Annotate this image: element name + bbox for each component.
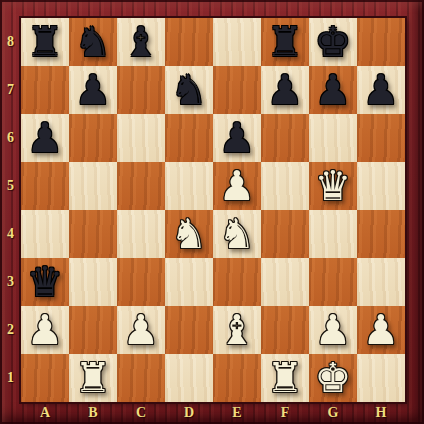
white-pawn-a2[interactable]: ♟ xyxy=(27,306,64,354)
black-rook-f8[interactable]: ♜ xyxy=(267,18,304,66)
white-king-g1[interactable]: ♚ xyxy=(315,354,352,402)
rank-label-7: 7 xyxy=(0,66,21,114)
square-f6[interactable] xyxy=(261,114,309,162)
square-c3[interactable] xyxy=(117,258,165,306)
square-a6[interactable]: ♟ xyxy=(21,114,69,162)
square-e6[interactable]: ♟ xyxy=(213,114,261,162)
square-a2[interactable]: ♟ xyxy=(21,306,69,354)
square-g7[interactable]: ♟ xyxy=(309,66,357,114)
file-label-a: A xyxy=(21,402,69,424)
square-e3[interactable] xyxy=(213,258,261,306)
square-e4[interactable]: ♞ xyxy=(213,210,261,258)
square-e5[interactable]: ♟ xyxy=(213,162,261,210)
black-knight-d7[interactable]: ♞ xyxy=(171,66,208,114)
square-g2[interactable]: ♟ xyxy=(309,306,357,354)
square-d1[interactable] xyxy=(165,354,213,402)
square-h4[interactable] xyxy=(357,210,405,258)
black-pawn-g7[interactable]: ♟ xyxy=(315,66,352,114)
square-b3[interactable] xyxy=(69,258,117,306)
square-h7[interactable]: ♟ xyxy=(357,66,405,114)
square-d2[interactable] xyxy=(165,306,213,354)
black-pawn-f7[interactable]: ♟ xyxy=(267,66,304,114)
square-e1[interactable] xyxy=(213,354,261,402)
white-knight-d4[interactable]: ♞ xyxy=(171,210,208,258)
square-b1[interactable]: ♜ xyxy=(69,354,117,402)
rank-label-8: 8 xyxy=(0,18,21,66)
square-d8[interactable] xyxy=(165,18,213,66)
square-h3[interactable] xyxy=(357,258,405,306)
square-b8[interactable]: ♞ xyxy=(69,18,117,66)
white-pawn-e5[interactable]: ♟ xyxy=(219,162,256,210)
white-pawn-h2[interactable]: ♟ xyxy=(363,306,400,354)
square-a5[interactable] xyxy=(21,162,69,210)
square-d3[interactable] xyxy=(165,258,213,306)
square-h6[interactable] xyxy=(357,114,405,162)
square-b6[interactable] xyxy=(69,114,117,162)
square-d7[interactable]: ♞ xyxy=(165,66,213,114)
file-label-c: C xyxy=(117,402,165,424)
square-a4[interactable] xyxy=(21,210,69,258)
square-e7[interactable] xyxy=(213,66,261,114)
square-c8[interactable]: ♝ xyxy=(117,18,165,66)
black-bishop-c8[interactable]: ♝ xyxy=(123,18,160,66)
square-f4[interactable] xyxy=(261,210,309,258)
rank-label-5: 5 xyxy=(0,162,21,210)
file-labels: ABCDEFGH xyxy=(21,402,405,424)
rank-label-6: 6 xyxy=(0,114,21,162)
white-queen-g5[interactable]: ♛ xyxy=(315,162,352,210)
square-h1[interactable] xyxy=(357,354,405,402)
black-pawn-e6[interactable]: ♟ xyxy=(219,114,256,162)
black-rook-a8[interactable]: ♜ xyxy=(27,18,64,66)
white-rook-b1[interactable]: ♜ xyxy=(75,354,112,402)
square-a1[interactable] xyxy=(21,354,69,402)
square-g4[interactable] xyxy=(309,210,357,258)
white-pawn-c2[interactable]: ♟ xyxy=(123,306,160,354)
square-b2[interactable] xyxy=(69,306,117,354)
square-g8[interactable]: ♚ xyxy=(309,18,357,66)
square-b4[interactable] xyxy=(69,210,117,258)
square-h5[interactable] xyxy=(357,162,405,210)
black-pawn-b7[interactable]: ♟ xyxy=(75,66,112,114)
rank-label-3: 3 xyxy=(0,258,21,306)
black-queen-a3[interactable]: ♛ xyxy=(27,258,64,306)
file-label-g: G xyxy=(309,402,357,424)
square-h2[interactable]: ♟ xyxy=(357,306,405,354)
file-label-h: H xyxy=(357,402,405,424)
square-d5[interactable] xyxy=(165,162,213,210)
black-knight-b8[interactable]: ♞ xyxy=(75,18,112,66)
square-a3[interactable]: ♛ xyxy=(21,258,69,306)
square-g3[interactable] xyxy=(309,258,357,306)
black-pawn-h7[interactable]: ♟ xyxy=(363,66,400,114)
square-c6[interactable] xyxy=(117,114,165,162)
square-b5[interactable] xyxy=(69,162,117,210)
square-a7[interactable] xyxy=(21,66,69,114)
file-label-f: F xyxy=(261,402,309,424)
square-d6[interactable] xyxy=(165,114,213,162)
square-c5[interactable] xyxy=(117,162,165,210)
square-c7[interactable] xyxy=(117,66,165,114)
square-f2[interactable] xyxy=(261,306,309,354)
square-f1[interactable]: ♜ xyxy=(261,354,309,402)
square-a8[interactable]: ♜ xyxy=(21,18,69,66)
square-e8[interactable] xyxy=(213,18,261,66)
square-f8[interactable]: ♜ xyxy=(261,18,309,66)
white-knight-e4[interactable]: ♞ xyxy=(219,210,256,258)
square-f7[interactable]: ♟ xyxy=(261,66,309,114)
square-g5[interactable]: ♛ xyxy=(309,162,357,210)
square-c4[interactable] xyxy=(117,210,165,258)
square-c1[interactable] xyxy=(117,354,165,402)
black-king-g8[interactable]: ♚ xyxy=(315,18,352,66)
file-label-e: E xyxy=(213,402,261,424)
file-label-b: B xyxy=(69,402,117,424)
black-pawn-a6[interactable]: ♟ xyxy=(27,114,64,162)
square-b7[interactable]: ♟ xyxy=(69,66,117,114)
white-rook-f1[interactable]: ♜ xyxy=(267,354,304,402)
file-label-d: D xyxy=(165,402,213,424)
rank-label-1: 1 xyxy=(0,354,21,402)
square-g1[interactable]: ♚ xyxy=(309,354,357,402)
square-f3[interactable] xyxy=(261,258,309,306)
white-pawn-g2[interactable]: ♟ xyxy=(315,306,352,354)
square-e2[interactable]: ♝ xyxy=(213,306,261,354)
board-frame: 87654321 ABCDEFGH ♜♞♝♜♚♟♞♟♟♟♟♟♟♛♞♞♛♟♟♝♟♟… xyxy=(0,0,424,424)
rank-label-4: 4 xyxy=(0,210,21,258)
white-bishop-e2[interactable]: ♝ xyxy=(219,306,256,354)
square-h8[interactable] xyxy=(357,18,405,66)
square-c2[interactable]: ♟ xyxy=(117,306,165,354)
chess-board: ♜♞♝♜♚♟♞♟♟♟♟♟♟♛♞♞♛♟♟♝♟♟♜♜♚ xyxy=(21,18,405,402)
square-g6[interactable] xyxy=(309,114,357,162)
rank-label-2: 2 xyxy=(0,306,21,354)
square-d4[interactable]: ♞ xyxy=(165,210,213,258)
square-f5[interactable] xyxy=(261,162,309,210)
rank-labels: 87654321 xyxy=(0,18,21,402)
